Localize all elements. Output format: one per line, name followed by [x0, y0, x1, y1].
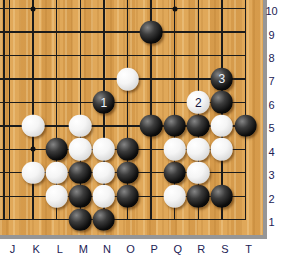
go-diagram-window: 312 JKLMNOPQRST10987654321 — [0, 0, 284, 260]
row-label-8: 8 — [263, 52, 280, 64]
row-label-10: 10 — [263, 5, 280, 17]
white-stone-S5[interactable] — [211, 115, 234, 138]
board-crop-edge-line — [3, 0, 4, 220]
black-stone-N1[interactable] — [93, 208, 116, 231]
row-label-5: 5 — [263, 122, 280, 134]
column-label-S: S — [221, 243, 228, 255]
white-stone-L3[interactable] — [45, 161, 68, 184]
black-stone-S6[interactable] — [211, 91, 234, 114]
black-stone-M3[interactable] — [69, 161, 92, 184]
row-label-6: 6 — [263, 99, 280, 111]
black-stone-S2[interactable] — [211, 185, 234, 208]
column-label-K: K — [32, 243, 39, 255]
black-stone-N6[interactable]: 1 — [93, 91, 116, 114]
move-number-label: 3 — [219, 73, 226, 85]
white-stone-N3[interactable] — [93, 161, 116, 184]
grid-line-row-8 — [0, 55, 246, 56]
white-stone-R4[interactable] — [187, 138, 210, 161]
column-label-N: N — [103, 243, 111, 255]
white-stone-L2[interactable] — [45, 185, 68, 208]
row-label-9: 9 — [263, 29, 280, 41]
white-stone-R6[interactable]: 2 — [187, 91, 210, 114]
white-stone-N2[interactable] — [93, 185, 116, 208]
column-label-T: T — [245, 243, 252, 255]
column-label-M: M — [79, 243, 88, 255]
black-stone-S7[interactable]: 3 — [211, 68, 234, 91]
star-point-K4 — [31, 147, 36, 152]
star-point-K10 — [31, 6, 36, 11]
column-label-P: P — [150, 243, 157, 255]
white-stone-K5[interactable] — [22, 115, 45, 138]
grid-line-col-J — [9, 0, 10, 220]
column-label-R: R — [197, 243, 205, 255]
black-stone-P9[interactable] — [140, 21, 163, 44]
black-stone-O2[interactable] — [116, 185, 139, 208]
grid-line-row-9 — [0, 31, 246, 32]
black-stone-R2[interactable] — [187, 185, 210, 208]
star-point-Q10 — [172, 6, 177, 11]
white-stone-S4[interactable] — [211, 138, 234, 161]
black-stone-P5[interactable] — [140, 115, 163, 138]
move-number-label: 2 — [195, 96, 202, 108]
row-label-7: 7 — [263, 75, 280, 87]
white-stone-O7[interactable] — [116, 68, 139, 91]
row-label-2: 2 — [263, 193, 280, 205]
grid-line-col-T — [245, 0, 246, 220]
row-label-1: 1 — [263, 216, 280, 228]
black-stone-O3[interactable] — [116, 161, 139, 184]
white-stone-M5[interactable] — [69, 115, 92, 138]
grid-line-row-10 — [0, 8, 246, 9]
white-stone-N4[interactable] — [93, 138, 116, 161]
row-label-3: 3 — [263, 169, 280, 181]
black-stone-R5[interactable] — [187, 115, 210, 138]
white-stone-Q4[interactable] — [163, 138, 186, 161]
column-label-J: J — [10, 243, 16, 255]
black-stone-T5[interactable] — [234, 115, 257, 138]
black-stone-Q5[interactable] — [163, 115, 186, 138]
white-stone-K3[interactable] — [22, 161, 45, 184]
grid-line-row-1 — [0, 219, 246, 220]
black-stone-L4[interactable] — [45, 138, 68, 161]
black-stone-Q3[interactable] — [163, 161, 186, 184]
black-stone-M1[interactable] — [69, 208, 92, 231]
move-number-label: 1 — [101, 96, 108, 108]
grid-line-col-K — [32, 0, 33, 220]
column-label-Q: Q — [173, 243, 182, 255]
column-label-L: L — [57, 243, 63, 255]
white-stone-M4[interactable] — [69, 138, 92, 161]
white-stone-R3[interactable] — [187, 161, 210, 184]
column-label-O: O — [126, 243, 135, 255]
white-stone-Q2[interactable] — [163, 185, 186, 208]
row-label-4: 4 — [263, 146, 280, 158]
black-stone-M2[interactable] — [69, 185, 92, 208]
black-stone-O4[interactable] — [116, 138, 139, 161]
